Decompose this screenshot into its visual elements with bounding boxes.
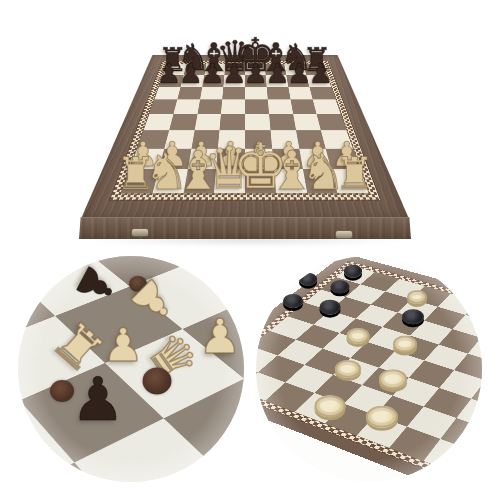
checker-dark <box>320 300 341 315</box>
square-e8 <box>245 64 265 75</box>
square-e3 <box>245 130 272 148</box>
felt-base <box>143 368 172 395</box>
square-h8 <box>304 64 327 75</box>
square-b8 <box>184 64 206 75</box>
inset-checkers-closeup[interactable] <box>256 256 482 482</box>
square-f4 <box>269 114 296 130</box>
checker-dark <box>283 294 303 308</box>
square-b2 <box>159 148 191 169</box>
checker-light <box>393 336 417 353</box>
square-b1 <box>152 169 187 193</box>
dark-pawn: ♟ <box>71 369 125 429</box>
square-d8 <box>225 64 245 75</box>
checker-light <box>315 395 346 417</box>
square-e7 <box>245 75 266 87</box>
square-e5 <box>245 100 269 114</box>
square-h5 <box>313 100 341 114</box>
square-f8 <box>265 64 286 75</box>
square-e2 <box>245 148 274 169</box>
square-b7 <box>181 75 205 87</box>
square-c6 <box>200 87 224 100</box>
board-perspective-wrapper <box>73 0 417 286</box>
checker-light <box>347 328 370 344</box>
square-c1 <box>183 169 216 193</box>
square-c5 <box>197 100 222 114</box>
inset-right-board <box>256 256 482 482</box>
checker-light <box>335 360 361 378</box>
square-b5 <box>173 100 199 114</box>
inset-square <box>232 436 244 482</box>
square-d4 <box>220 114 245 130</box>
square-c8 <box>204 64 225 75</box>
square-c2 <box>187 148 218 169</box>
square-d7 <box>224 75 245 87</box>
square-h2 <box>326 148 360 169</box>
square-h6 <box>309 87 335 100</box>
square-b4 <box>169 114 197 130</box>
square-c3 <box>191 130 220 148</box>
inset-right-perspective <box>256 256 482 482</box>
square-e6 <box>245 87 268 100</box>
board-grid <box>120 64 369 194</box>
square-d1 <box>214 169 245 193</box>
metal-clasp-left <box>131 228 149 237</box>
square-b6 <box>177 87 202 100</box>
product-photo: ♜♞♝♛♚♝♞♜♟♟♟♟♟♟♟♟♟♟♟♟♟♟♟♟♜♞♝♛♚♝♞♜ ♟♟♜♟♛♟♟ <box>0 0 500 500</box>
square-f2 <box>272 148 303 169</box>
folding-box-side <box>79 217 411 239</box>
square-h1 <box>331 169 368 193</box>
metal-clasp-right <box>335 230 353 239</box>
square-d3 <box>218 130 245 148</box>
checker-light <box>379 369 407 389</box>
square-c4 <box>194 114 221 130</box>
square-h3 <box>321 130 353 148</box>
square-c7 <box>202 75 225 87</box>
square-h4 <box>317 114 347 130</box>
main-board-photo[interactable]: ♜♞♝♛♚♝♞♜♟♟♟♟♟♟♟♟♟♟♟♟♟♟♟♟♜♞♝♛♚♝♞♜ <box>0 0 500 252</box>
square-d2 <box>216 148 245 169</box>
square-f7 <box>265 75 288 87</box>
square-f6 <box>266 87 290 100</box>
checker-dark <box>344 265 362 278</box>
inset-chess-closeup[interactable]: ♟♟♜♟♛♟♟ <box>18 256 244 482</box>
square-b3 <box>164 130 194 148</box>
square-f5 <box>268 100 293 114</box>
mosaic-inlay-border <box>109 61 382 201</box>
square-e1 <box>245 169 276 193</box>
square-d6 <box>222 87 245 100</box>
square-d5 <box>221 100 245 114</box>
square-f1 <box>274 169 307 193</box>
square-f3 <box>270 130 299 148</box>
wooden-frame <box>81 55 409 219</box>
square-h7 <box>306 75 331 87</box>
checker-light <box>407 290 427 304</box>
inset-square <box>481 323 482 347</box>
square-e4 <box>245 114 270 130</box>
